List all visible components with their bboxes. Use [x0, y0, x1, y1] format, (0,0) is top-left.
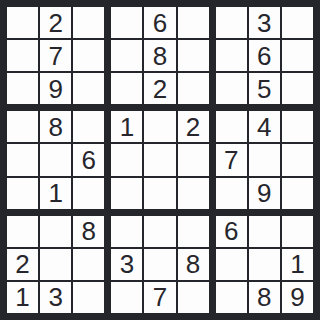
cell-r5c8[interactable]: [249, 144, 280, 175]
cell-r9c4[interactable]: [111, 282, 142, 313]
cell-r7c2[interactable]: [40, 216, 71, 247]
cell-r9c2: 3: [40, 282, 71, 313]
cell-r5c9[interactable]: [282, 144, 313, 175]
cell-r1c8: 3: [249, 7, 280, 38]
cell-r3c2: 9: [40, 73, 71, 104]
cell-r7c6[interactable]: [178, 216, 209, 247]
cell-r4c1[interactable]: [7, 111, 38, 142]
cell-r6c1[interactable]: [7, 178, 38, 209]
cell-r2c1[interactable]: [7, 40, 38, 71]
cell-r9c3[interactable]: [73, 282, 104, 313]
cell-r8c8[interactable]: [249, 249, 280, 280]
cell-r8c3[interactable]: [73, 249, 104, 280]
cell-r3c1[interactable]: [7, 73, 38, 104]
cell-r8c5[interactable]: [144, 249, 175, 280]
cell-r6c4[interactable]: [111, 178, 142, 209]
cell-r9c9: 9: [282, 282, 313, 313]
cell-r6c3[interactable]: [73, 178, 104, 209]
cell-r2c9[interactable]: [282, 40, 313, 71]
cell-r6c9[interactable]: [282, 178, 313, 209]
cell-r7c4[interactable]: [111, 216, 142, 247]
cell-r2c7[interactable]: [216, 40, 247, 71]
cell-r8c1: 2: [7, 249, 38, 280]
cell-r7c1[interactable]: [7, 216, 38, 247]
cell-r8c4: 3: [111, 249, 142, 280]
cell-r2c4[interactable]: [111, 40, 142, 71]
cell-r1c2: 2: [40, 7, 71, 38]
cell-r5c6[interactable]: [178, 144, 209, 175]
cell-r7c9[interactable]: [282, 216, 313, 247]
cell-r6c7[interactable]: [216, 178, 247, 209]
cell-r1c7[interactable]: [216, 7, 247, 38]
cell-r5c7: 7: [216, 144, 247, 175]
cell-r9c6[interactable]: [178, 282, 209, 313]
cell-r6c6[interactable]: [178, 178, 209, 209]
cell-r4c7[interactable]: [216, 111, 247, 142]
cell-r1c3[interactable]: [73, 7, 104, 38]
cell-r8c6: 8: [178, 249, 209, 280]
cell-r3c6[interactable]: [178, 73, 209, 104]
cell-r4c5[interactable]: [144, 111, 175, 142]
cell-r1c5: 6: [144, 7, 175, 38]
cell-r4c8: 4: [249, 111, 280, 142]
cell-r3c7[interactable]: [216, 73, 247, 104]
cell-r3c9[interactable]: [282, 73, 313, 104]
cell-r5c5[interactable]: [144, 144, 175, 175]
cell-r1c9[interactable]: [282, 7, 313, 38]
cell-r4c2: 8: [40, 111, 71, 142]
cell-r9c8: 8: [249, 282, 280, 313]
cell-r2c8: 6: [249, 40, 280, 71]
cell-r8c2[interactable]: [40, 249, 71, 280]
cell-r2c3[interactable]: [73, 40, 104, 71]
cell-r3c5: 2: [144, 73, 175, 104]
cell-r5c2[interactable]: [40, 144, 71, 175]
cell-r1c1[interactable]: [7, 7, 38, 38]
cell-r9c1: 1: [7, 282, 38, 313]
cell-r2c5: 8: [144, 40, 175, 71]
cell-r6c8: 9: [249, 178, 280, 209]
cell-r3c3[interactable]: [73, 73, 104, 104]
cell-r7c7: 6: [216, 216, 247, 247]
sudoku-board: 2637869258124671986238113789: [0, 0, 320, 320]
cell-r5c3: 6: [73, 144, 104, 175]
cell-r3c8: 5: [249, 73, 280, 104]
cell-r9c7[interactable]: [216, 282, 247, 313]
cell-r3c4[interactable]: [111, 73, 142, 104]
cell-r7c8[interactable]: [249, 216, 280, 247]
cell-r4c4: 1: [111, 111, 142, 142]
cell-r9c5: 7: [144, 282, 175, 313]
cell-r2c2: 7: [40, 40, 71, 71]
cell-r1c4[interactable]: [111, 7, 142, 38]
cell-r8c7[interactable]: [216, 249, 247, 280]
cell-r7c5[interactable]: [144, 216, 175, 247]
cell-r4c9[interactable]: [282, 111, 313, 142]
cell-r8c9: 1: [282, 249, 313, 280]
cell-r1c6[interactable]: [178, 7, 209, 38]
cell-r6c5[interactable]: [144, 178, 175, 209]
cell-r5c4[interactable]: [111, 144, 142, 175]
cell-r2c6[interactable]: [178, 40, 209, 71]
cell-r4c3[interactable]: [73, 111, 104, 142]
cell-r5c1[interactable]: [7, 144, 38, 175]
cell-r4c6: 2: [178, 111, 209, 142]
cell-r6c2: 1: [40, 178, 71, 209]
sudoku-grid: 2637869258124671986238113789: [7, 7, 313, 313]
cell-r7c3: 8: [73, 216, 104, 247]
